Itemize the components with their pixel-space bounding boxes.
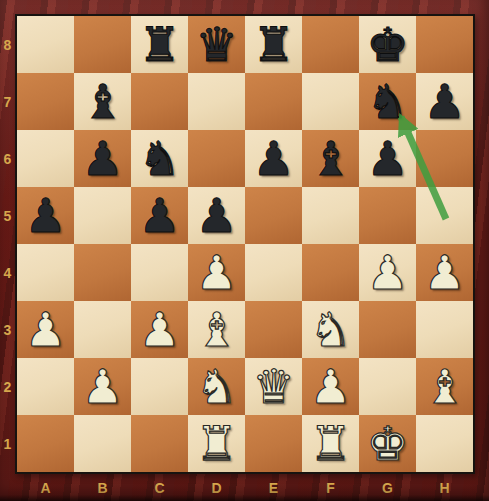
square-f8[interactable] — [302, 16, 359, 73]
square-c5[interactable]: ♟ — [131, 187, 188, 244]
rank-label-1: 1 — [0, 415, 15, 472]
chess-board: ♜♛♜♚♝♞♟♟♞♟♝♟♟♟♟♟♟♟♟♟♝♞♟♞♛♟♝♜♜♚ — [15, 14, 475, 474]
white-pawn-icon[interactable]: ♟ — [17, 301, 74, 358]
black-knight-icon[interactable]: ♞ — [359, 73, 416, 130]
white-rook-icon[interactable]: ♜ — [302, 415, 359, 472]
square-g5[interactable] — [359, 187, 416, 244]
square-f4[interactable] — [302, 244, 359, 301]
square-g6[interactable]: ♟ — [359, 130, 416, 187]
rank-labels: 87654321 — [0, 16, 15, 472]
black-king-icon[interactable]: ♚ — [359, 16, 416, 73]
black-queen-icon[interactable]: ♛ — [188, 16, 245, 73]
square-a6[interactable] — [17, 130, 74, 187]
square-f7[interactable] — [302, 73, 359, 130]
square-f6[interactable]: ♝ — [302, 130, 359, 187]
black-rook-icon[interactable]: ♜ — [245, 16, 302, 73]
black-bishop-icon[interactable]: ♝ — [74, 73, 131, 130]
square-b3[interactable] — [74, 301, 131, 358]
square-h8[interactable] — [416, 16, 473, 73]
white-rook-icon[interactable]: ♜ — [188, 415, 245, 472]
square-d5[interactable]: ♟ — [188, 187, 245, 244]
square-c8[interactable]: ♜ — [131, 16, 188, 73]
file-labels: ABCDEFGH — [17, 477, 473, 499]
white-pawn-icon[interactable]: ♟ — [416, 244, 473, 301]
square-b5[interactable] — [74, 187, 131, 244]
white-pawn-icon[interactable]: ♟ — [74, 358, 131, 415]
square-b4[interactable] — [74, 244, 131, 301]
square-g3[interactable] — [359, 301, 416, 358]
square-c7[interactable] — [131, 73, 188, 130]
black-pawn-icon[interactable]: ♟ — [74, 130, 131, 187]
square-f2[interactable]: ♟ — [302, 358, 359, 415]
square-c3[interactable]: ♟ — [131, 301, 188, 358]
square-h6[interactable] — [416, 130, 473, 187]
square-a1[interactable] — [17, 415, 74, 472]
square-a2[interactable] — [17, 358, 74, 415]
square-d4[interactable]: ♟ — [188, 244, 245, 301]
square-h1[interactable] — [416, 415, 473, 472]
square-e6[interactable]: ♟ — [245, 130, 302, 187]
file-label-f: F — [302, 477, 359, 499]
square-b1[interactable] — [74, 415, 131, 472]
square-e7[interactable] — [245, 73, 302, 130]
black-pawn-icon[interactable]: ♟ — [245, 130, 302, 187]
black-knight-icon[interactable]: ♞ — [131, 130, 188, 187]
square-a8[interactable] — [17, 16, 74, 73]
square-c2[interactable] — [131, 358, 188, 415]
rank-label-5: 5 — [0, 187, 15, 244]
square-e5[interactable] — [245, 187, 302, 244]
square-h5[interactable] — [416, 187, 473, 244]
file-label-b: B — [74, 477, 131, 499]
black-rook-icon[interactable]: ♜ — [131, 16, 188, 73]
file-label-d: D — [188, 477, 245, 499]
square-f1[interactable]: ♜ — [302, 415, 359, 472]
square-c4[interactable] — [131, 244, 188, 301]
square-b6[interactable]: ♟ — [74, 130, 131, 187]
square-e4[interactable] — [245, 244, 302, 301]
file-label-e: E — [245, 477, 302, 499]
file-label-h: H — [416, 477, 473, 499]
black-pawn-icon[interactable]: ♟ — [188, 187, 245, 244]
square-d8[interactable]: ♛ — [188, 16, 245, 73]
white-knight-icon[interactable]: ♞ — [302, 301, 359, 358]
square-g2[interactable] — [359, 358, 416, 415]
square-b8[interactable] — [74, 16, 131, 73]
black-pawn-icon[interactable]: ♟ — [359, 130, 416, 187]
rank-label-3: 3 — [0, 301, 15, 358]
square-a3[interactable]: ♟ — [17, 301, 74, 358]
square-e8[interactable]: ♜ — [245, 16, 302, 73]
rank-label-4: 4 — [0, 244, 15, 301]
white-pawn-icon[interactable]: ♟ — [188, 244, 245, 301]
square-d3[interactable]: ♝ — [188, 301, 245, 358]
rank-label-6: 6 — [0, 130, 15, 187]
square-b2[interactable]: ♟ — [74, 358, 131, 415]
square-f3[interactable]: ♞ — [302, 301, 359, 358]
file-label-a: A — [17, 477, 74, 499]
square-c1[interactable] — [131, 415, 188, 472]
white-knight-icon[interactable]: ♞ — [188, 358, 245, 415]
square-e3[interactable] — [245, 301, 302, 358]
rank-label-7: 7 — [0, 73, 15, 130]
square-g1[interactable]: ♚ — [359, 415, 416, 472]
file-label-g: G — [359, 477, 416, 499]
black-pawn-icon[interactable]: ♟ — [131, 187, 188, 244]
square-a5[interactable]: ♟ — [17, 187, 74, 244]
chess-board-frame: ♜♛♜♚♝♞♟♟♞♟♝♟♟♟♟♟♟♟♟♟♝♞♟♞♛♟♝♜♜♚ 87654321 … — [0, 0, 489, 501]
white-pawn-icon[interactable]: ♟ — [302, 358, 359, 415]
white-pawn-icon[interactable]: ♟ — [131, 301, 188, 358]
white-bishop-icon[interactable]: ♝ — [188, 301, 245, 358]
square-h3[interactable] — [416, 301, 473, 358]
white-bishop-icon[interactable]: ♝ — [416, 358, 473, 415]
square-h4[interactable]: ♟ — [416, 244, 473, 301]
white-queen-icon[interactable]: ♛ — [245, 358, 302, 415]
square-d1[interactable]: ♜ — [188, 415, 245, 472]
black-pawn-icon[interactable]: ♟ — [416, 73, 473, 130]
square-h2[interactable]: ♝ — [416, 358, 473, 415]
square-a7[interactable] — [17, 73, 74, 130]
square-d6[interactable] — [188, 130, 245, 187]
square-g8[interactable]: ♚ — [359, 16, 416, 73]
square-g7[interactable]: ♞ — [359, 73, 416, 130]
square-b7[interactable]: ♝ — [74, 73, 131, 130]
square-f5[interactable] — [302, 187, 359, 244]
white-pawn-icon[interactable]: ♟ — [359, 244, 416, 301]
square-d7[interactable] — [188, 73, 245, 130]
black-bishop-icon[interactable]: ♝ — [302, 130, 359, 187]
square-e1[interactable] — [245, 415, 302, 472]
rank-label-8: 8 — [0, 16, 15, 73]
black-pawn-icon[interactable]: ♟ — [17, 187, 74, 244]
square-h7[interactable]: ♟ — [416, 73, 473, 130]
rank-label-2: 2 — [0, 358, 15, 415]
square-e2[interactable]: ♛ — [245, 358, 302, 415]
square-d2[interactable]: ♞ — [188, 358, 245, 415]
square-c6[interactable]: ♞ — [131, 130, 188, 187]
white-king-icon[interactable]: ♚ — [359, 415, 416, 472]
square-a4[interactable] — [17, 244, 74, 301]
file-label-c: C — [131, 477, 188, 499]
square-g4[interactable]: ♟ — [359, 244, 416, 301]
